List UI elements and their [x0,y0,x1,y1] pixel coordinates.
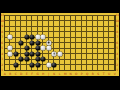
column-label: L [59,72,61,75]
column-label: F [31,72,33,75]
column-label: M [64,72,67,75]
row-label-left: 9 [1,25,3,28]
column-label: D [20,72,22,75]
row-label-left: 3 [1,58,3,61]
row-label-right: 8 [116,30,118,33]
column-label: Q [86,72,88,75]
column-label: V [114,72,116,75]
row-label-left: 10 [0,19,4,22]
screen: { "game": "go", "view": { "description_c… [0,0,120,90]
column-label: H [42,72,44,75]
row-label-right: 5 [116,47,118,50]
column-label: U [108,72,110,75]
row-label-left: 2 [1,63,3,66]
stone-marker-dot [48,42,50,44]
row-label-left: 11 [0,14,4,17]
column-label: E [26,72,28,75]
column-label: O [75,72,77,75]
column-label: K [53,72,55,75]
row-label-left: 7 [1,36,3,39]
row-label-left: 5 [1,47,3,50]
column-label: J [48,72,49,75]
column-label: A [4,72,6,75]
row-label-right: 6 [116,41,118,44]
star-point [97,42,99,44]
column-label: S [97,72,99,75]
board-edge-line [4,15,5,71]
column-label: T [103,72,105,75]
column-label: R [92,72,94,75]
stone-marker-dot [53,53,55,55]
row-label-right: 7 [116,36,118,39]
row-label-right: 9 [116,25,118,28]
row-label-right: 10 [115,19,119,22]
row-label-left: 8 [1,30,3,33]
row-label-right: 2 [116,63,118,66]
column-label: N [70,72,72,75]
column-label: P [81,72,83,75]
go-board[interactable]: ABCDEFGHJKLMNOPQRSTUV1110987654321111098… [1,13,119,76]
column-label: G [37,72,39,75]
column-label: C [15,72,17,75]
column-label: B [9,72,11,75]
row-label-left: 6 [1,41,3,44]
letterbox-background: ABCDEFGHJKLMNOPQRSTUV1110987654321111098… [0,0,120,90]
row-label-left: 1 [1,69,3,72]
row-label-right: 11 [115,14,119,17]
row-label-right: 1 [116,69,118,72]
row-label-right: 3 [116,58,118,61]
row-label-left: 4 [1,52,3,55]
row-label-right: 4 [116,52,118,55]
